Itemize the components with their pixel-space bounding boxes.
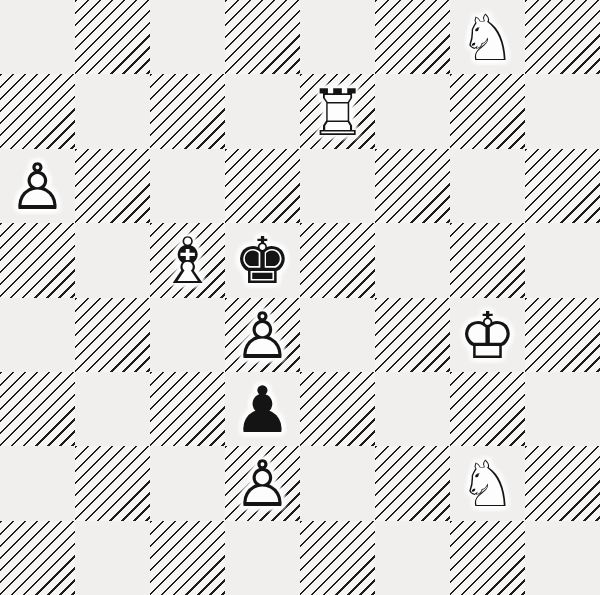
square-e5[interactable] (300, 223, 375, 297)
piece-glyph: ♘ (459, 452, 516, 516)
white-knight: ♞♘ (459, 452, 516, 516)
square-e4[interactable] (300, 298, 375, 372)
square-f4[interactable] (375, 298, 450, 372)
square-d1[interactable] (225, 521, 300, 595)
square-c5[interactable]: ♝♗ (150, 223, 225, 297)
white-rook: ♜♖ (309, 81, 366, 145)
white-pawn: ♟♙ (234, 452, 291, 516)
square-e8[interactable] (300, 0, 375, 74)
square-a4[interactable] (0, 298, 75, 372)
square-e6[interactable] (300, 149, 375, 223)
square-e3[interactable] (300, 372, 375, 446)
square-c1[interactable] (150, 521, 225, 595)
square-a5[interactable] (0, 223, 75, 297)
square-g7[interactable] (450, 74, 525, 148)
square-d6[interactable] (225, 149, 300, 223)
black-pawn: ♟♟ (234, 378, 291, 442)
white-pawn: ♟♙ (234, 304, 291, 368)
square-c4[interactable] (150, 298, 225, 372)
square-h7[interactable] (525, 74, 600, 148)
square-g1[interactable] (450, 521, 525, 595)
square-b4[interactable] (75, 298, 150, 372)
square-f5[interactable] (375, 223, 450, 297)
square-d4[interactable]: ♟♙ (225, 298, 300, 372)
square-a7[interactable] (0, 74, 75, 148)
square-f2[interactable] (375, 446, 450, 520)
chess-board: ♞♘♜♖♟♙♝♗♚♚♟♙♚♔♟♟♟♙♞♘ (0, 0, 600, 595)
square-d2[interactable]: ♟♙ (225, 446, 300, 520)
square-d8[interactable] (225, 0, 300, 74)
square-a1[interactable] (0, 521, 75, 595)
square-c8[interactable] (150, 0, 225, 74)
square-g4[interactable]: ♚♔ (450, 298, 525, 372)
square-f3[interactable] (375, 372, 450, 446)
piece-glyph: ♗ (159, 229, 216, 293)
square-d7[interactable] (225, 74, 300, 148)
piece-glyph: ♘ (459, 6, 516, 70)
square-c2[interactable] (150, 446, 225, 520)
square-a2[interactable] (0, 446, 75, 520)
square-b8[interactable] (75, 0, 150, 74)
white-pawn: ♟♙ (9, 155, 66, 219)
white-knight: ♞♘ (459, 6, 516, 70)
square-b5[interactable] (75, 223, 150, 297)
square-b3[interactable] (75, 372, 150, 446)
square-g6[interactable] (450, 149, 525, 223)
square-c6[interactable] (150, 149, 225, 223)
piece-glyph: ♙ (9, 155, 66, 219)
square-a6[interactable]: ♟♙ (0, 149, 75, 223)
square-c7[interactable] (150, 74, 225, 148)
square-h5[interactable] (525, 223, 600, 297)
square-g3[interactable] (450, 372, 525, 446)
square-g5[interactable] (450, 223, 525, 297)
square-g8[interactable]: ♞♘ (450, 0, 525, 74)
square-b2[interactable] (75, 446, 150, 520)
square-f8[interactable] (375, 0, 450, 74)
square-b1[interactable] (75, 521, 150, 595)
white-king: ♚♔ (459, 304, 516, 368)
piece-glyph: ♔ (459, 304, 516, 368)
square-h4[interactable] (525, 298, 600, 372)
square-e1[interactable] (300, 521, 375, 595)
square-a8[interactable] (0, 0, 75, 74)
piece-glyph: ♚ (234, 229, 291, 293)
black-king: ♚♚ (234, 229, 291, 293)
square-f1[interactable] (375, 521, 450, 595)
square-d3[interactable]: ♟♟ (225, 372, 300, 446)
square-a3[interactable] (0, 372, 75, 446)
square-h6[interactable] (525, 149, 600, 223)
square-h3[interactable] (525, 372, 600, 446)
square-f7[interactable] (375, 74, 450, 148)
square-d5[interactable]: ♚♚ (225, 223, 300, 297)
square-e2[interactable] (300, 446, 375, 520)
piece-glyph: ♙ (234, 452, 291, 516)
square-h1[interactable] (525, 521, 600, 595)
square-b7[interactable] (75, 74, 150, 148)
white-bishop: ♝♗ (159, 229, 216, 293)
square-b6[interactable] (75, 149, 150, 223)
square-g2[interactable]: ♞♘ (450, 446, 525, 520)
square-h2[interactable] (525, 446, 600, 520)
square-c3[interactable] (150, 372, 225, 446)
piece-glyph: ♖ (309, 81, 366, 145)
piece-glyph: ♟ (234, 378, 291, 442)
square-e7[interactable]: ♜♖ (300, 74, 375, 148)
square-h8[interactable] (525, 0, 600, 74)
square-f6[interactable] (375, 149, 450, 223)
piece-glyph: ♙ (234, 304, 291, 368)
